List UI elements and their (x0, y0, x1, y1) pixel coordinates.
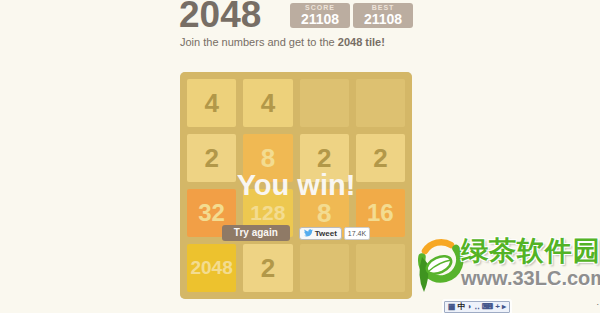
best-score-box: BEST 21108 (353, 3, 413, 28)
site-name: 绿茶软件园 (461, 236, 600, 267)
2048-game-screen: 2048 SCORE 21108 BEST 21108 Join the num… (0, 0, 600, 313)
33lc-logo-icon (415, 236, 465, 296)
best-value: 21108 (364, 12, 402, 27)
subtitle-text: Join the numbers and get to the (180, 36, 338, 48)
tweet-button[interactable]: Tweet (299, 227, 342, 240)
halfwidth-icon[interactable]: ◗ (468, 302, 473, 312)
site-url: www.33LC.com (461, 267, 600, 289)
soft-keyboard-icon[interactable]: ⌨ (482, 302, 494, 312)
win-message: You win! (180, 169, 412, 202)
tools-icon[interactable]: + (495, 302, 500, 312)
tweet-count: 17.4K (344, 227, 370, 240)
score-value: 21108 (301, 12, 339, 27)
win-overlay: You win! Try again Tweet 17.4K (180, 72, 412, 299)
punctuation-icon[interactable]: ‥ (474, 302, 479, 312)
tweet-label: Tweet (315, 229, 337, 238)
input-method-icon[interactable]: ▦ (448, 302, 456, 312)
windows-language-bar[interactable]: ▦ 中 ◗ ‥ ⌨ + ▸ (444, 301, 510, 313)
watermark: 绿茶软件园 www.33LC.com (415, 236, 600, 296)
chinese-mode-icon[interactable]: 中 (458, 302, 466, 312)
overlay-buttons: Try again Tweet 17.4K (180, 225, 412, 241)
game-subtitle: Join the numbers and get to the 2048 til… (180, 36, 385, 48)
options-arrow-icon[interactable]: ▸ (502, 302, 506, 312)
tweet-widget: Tweet 17.4K (299, 227, 370, 240)
watermark-text: 绿茶软件园 www.33LC.com (461, 236, 600, 296)
twitter-bird-icon (304, 229, 313, 237)
game-title: 2048 (179, 0, 261, 36)
stray-mark: . (596, 297, 599, 307)
score-panel: SCORE 21108 BEST 21108 (290, 3, 413, 28)
try-again-button[interactable]: Try again (222, 225, 290, 241)
score-box: SCORE 21108 (290, 3, 350, 28)
subtitle-highlight: 2048 tile! (338, 36, 385, 48)
